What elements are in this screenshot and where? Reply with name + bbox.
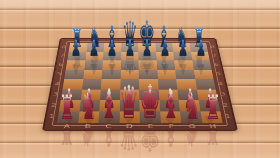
piece-black-pawn-c7[interactable]: ♟ [106, 38, 117, 60]
rank-label: 3 [52, 89, 58, 100]
rank-label: 1 [224, 111, 231, 123]
piece-black-pawn-e7[interactable]: ♟ [142, 38, 153, 60]
rank-label: 5 [215, 70, 222, 80]
square-b5[interactable] [83, 70, 102, 80]
rank-label: 8 [61, 43, 67, 51]
piece-black-pawn-g7[interactable]: ♟ [178, 38, 189, 60]
piece-black-pawn-h7[interactable]: ♟ [196, 38, 207, 60]
piece-black-pawn-a7[interactable]: ♟ [71, 38, 82, 60]
piece-white-queen-d1[interactable]: ♛ [119, 80, 140, 126]
rank-label: 2 [222, 100, 229, 111]
rank-label: 6 [58, 60, 64, 69]
piece-white-knight-b1[interactable]: ♞ [79, 89, 96, 126]
square-a5[interactable] [64, 70, 84, 80]
rank-label: 1 [48, 111, 55, 123]
piece-white-rook-h1[interactable]: ♜ [205, 92, 221, 126]
square-g5[interactable] [175, 70, 195, 80]
piece-white-king-e1[interactable]: ♚ [139, 78, 161, 125]
chess-3d-scene: ABCDEFGH 87654321 87654321 ♜♜♞♞♝♝♛♛♚♚♝♝♞… [0, 0, 280, 158]
rank-label: 6 [213, 60, 219, 69]
piece-white-bishop-c1[interactable]: ♝ [100, 87, 118, 125]
rank-label: 7 [59, 52, 65, 61]
piece-black-pawn-b7[interactable]: ♟ [89, 38, 100, 60]
rank-label: 7 [211, 52, 217, 61]
piece-black-pawn-f7[interactable]: ♟ [160, 38, 171, 60]
square-h5[interactable] [193, 70, 213, 80]
rank-label: 5 [56, 70, 62, 80]
piece-black-pawn-d7[interactable]: ♟ [124, 38, 135, 60]
rank-label: 2 [50, 100, 57, 111]
piece-white-rook-a1[interactable]: ♜ [59, 92, 75, 126]
piece-white-knight-g1[interactable]: ♞ [183, 89, 200, 126]
rank-label: 8 [210, 43, 216, 51]
piece-white-bishop-f1[interactable]: ♝ [162, 87, 180, 125]
